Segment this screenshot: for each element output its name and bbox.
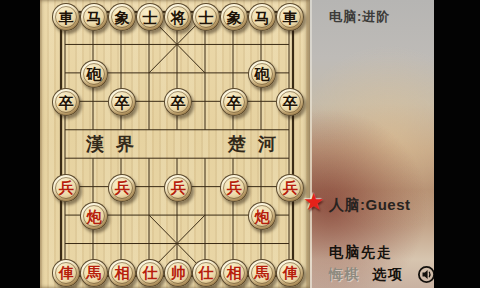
piece-black-elephant[interactable]: 象 [220,3,248,31]
river-label-chu-he: 楚河 [228,131,288,157]
piece-black-advisor[interactable]: 士 [136,3,164,31]
piece-red-horse[interactable]: 馬 [248,259,276,287]
xiangqi-game-screen: 漢界 楚河 車马象士将士象马車砲砲卒卒卒卒卒兵兵兵兵兵炮炮俥馬相仕帅仕相馬俥 电… [0,0,480,288]
piece-red-soldier[interactable]: 兵 [108,174,136,202]
options-button[interactable]: 选项 [372,266,404,284]
piece-black-elephant[interactable]: 象 [108,3,136,31]
left-black-bar [0,0,40,288]
river-label-han-jie: 漢界 [86,131,146,157]
undo-button[interactable]: 悔棋 [329,266,359,284]
piece-red-general[interactable]: 帅 [164,259,192,287]
piece-black-chariot[interactable]: 車 [52,3,80,31]
piece-black-horse[interactable]: 马 [80,3,108,31]
human-player-label: 人脑:Guest [329,196,411,215]
piece-red-cannon[interactable]: 炮 [248,202,276,230]
piece-black-general[interactable]: 将 [164,3,192,31]
piece-red-soldier[interactable]: 兵 [52,174,80,202]
status-computer-moves-first: 电脑先走 [329,244,393,262]
piece-red-soldier[interactable]: 兵 [164,174,192,202]
piece-black-cannon[interactable]: 砲 [80,60,108,88]
piece-black-horse[interactable]: 马 [248,3,276,31]
piece-red-elephant[interactable]: 相 [108,259,136,287]
piece-red-advisor[interactable]: 仕 [136,259,164,287]
piece-red-soldier[interactable]: 兵 [276,174,304,202]
piece-red-chariot[interactable]: 俥 [276,259,304,287]
computer-level-label: 电脑:进阶 [329,8,390,26]
piece-red-advisor[interactable]: 仕 [192,259,220,287]
piece-black-chariot[interactable]: 車 [276,3,304,31]
piece-red-elephant[interactable]: 相 [220,259,248,287]
piece-red-soldier[interactable]: 兵 [220,174,248,202]
piece-red-cannon[interactable]: 炮 [80,202,108,230]
piece-black-advisor[interactable]: 士 [192,3,220,31]
game-sidebar: 电脑:进阶 ★ 人脑:Guest 电脑先走 悔棋 选项 [310,0,436,288]
piece-black-cannon[interactable]: 砲 [248,60,276,88]
piece-red-horse[interactable]: 馬 [80,259,108,287]
piece-red-chariot[interactable]: 俥 [52,259,80,287]
xiangqi-board[interactable]: 漢界 楚河 車马象士将士象马車砲砲卒卒卒卒卒兵兵兵兵兵炮炮俥馬相仕帅仕相馬俥 [40,0,310,288]
turn-star-icon: ★ [303,188,325,216]
right-black-bar [434,0,480,288]
